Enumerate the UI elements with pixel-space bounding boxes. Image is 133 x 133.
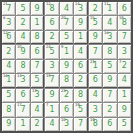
- cell-r5c6[interactable]: 6: [74, 60, 87, 73]
- cell-r5c3[interactable]: 7: [31, 60, 44, 73]
- cell-digit: 9: [35, 5, 40, 13]
- cell-digit: 5: [6, 91, 11, 99]
- cell-digit: 1: [107, 5, 112, 13]
- cell-digit: 7: [21, 106, 26, 114]
- cell-r5c8[interactable]: 5: [103, 60, 116, 73]
- cell-r6c1[interactable]: 161: [2, 74, 15, 87]
- cell-r3c2[interactable]: 4: [16, 31, 29, 44]
- cell-digit: 5: [78, 106, 83, 114]
- cage-sum-label: 14: [75, 2, 80, 6]
- cell-digit: 5: [21, 5, 26, 13]
- cell-r9c3[interactable]: 2: [31, 118, 44, 131]
- cell-r9c1[interactable]: 9: [2, 118, 15, 131]
- cage-sum-label: 19: [90, 118, 95, 122]
- cell-r3c9[interactable]: 7: [118, 31, 131, 44]
- cage-sum-label: 11: [104, 2, 109, 6]
- cell-r5c5[interactable]: 9: [60, 60, 73, 73]
- cell-r6c7[interactable]: 6: [89, 74, 102, 87]
- cell-digit: 2: [35, 120, 40, 128]
- cell-r1c5[interactable]: 4: [60, 2, 73, 15]
- cage-sum-label: 12: [3, 31, 8, 35]
- cell-r2c2[interactable]: 2: [16, 16, 29, 29]
- cell-r5c4[interactable]: 3: [45, 60, 58, 73]
- cage-sum-label: 19: [75, 103, 80, 107]
- cell-r7c9[interactable]: 1: [118, 89, 131, 102]
- cage-sum-label: 21: [90, 60, 95, 64]
- cell-digit: 2: [21, 19, 26, 27]
- cell-r6c4[interactable]: 197: [45, 74, 58, 87]
- cell-digit: 7: [78, 120, 83, 128]
- cell-digit: 3: [122, 48, 127, 56]
- cell-r3c5[interactable]: 5: [60, 31, 73, 44]
- cell-r9c4[interactable]: 4: [45, 118, 58, 131]
- cage-sum-label: 19: [46, 74, 51, 78]
- cell-r6c5[interactable]: 8: [60, 74, 73, 87]
- cell-r4c6[interactable]: 4: [74, 45, 87, 58]
- cell-r8c8[interactable]: 2: [103, 103, 116, 116]
- cell-digit: 7: [64, 19, 69, 27]
- cell-r2c8[interactable]: 4: [103, 16, 116, 29]
- cell-digit: 9: [78, 19, 83, 27]
- cell-r7c1[interactable]: 5: [2, 89, 15, 102]
- cell-digit: 2: [107, 106, 112, 114]
- cell-digit: 2: [6, 48, 11, 56]
- cell-r3c8[interactable]: 163: [103, 31, 116, 44]
- cell-digit: 2: [93, 5, 98, 13]
- cell-digit: 2: [122, 62, 127, 70]
- cell-digit: 4: [93, 91, 98, 99]
- cell-r6c9[interactable]: 4: [118, 74, 131, 87]
- cell-digit: 3: [6, 19, 11, 27]
- cell-r9c6[interactable]: 7: [74, 118, 87, 131]
- cage-sum-label: 30: [17, 45, 22, 49]
- cell-r1c3[interactable]: 9: [31, 2, 44, 15]
- cage-sum-label: 7: [119, 60, 121, 64]
- cage-sum-label: 10: [61, 118, 66, 122]
- cell-r7c6[interactable]: 8: [74, 89, 87, 102]
- cage-sum-label: 24: [46, 45, 51, 49]
- cell-digit: 6: [107, 120, 112, 128]
- cell-digit: 9: [21, 48, 26, 56]
- cell-r2c1[interactable]: 63: [2, 16, 15, 29]
- cell-digit: 5: [64, 33, 69, 41]
- cell-digit: 6: [64, 106, 69, 114]
- cell-r1c7[interactable]: 2: [89, 2, 102, 15]
- killer-sudoku-board: 2175912841432111663216207915541881264825…: [0, 0, 133, 133]
- cell-digit: 5: [93, 19, 98, 27]
- cell-digit: 1: [50, 106, 55, 114]
- cell-r8c4[interactable]: 71: [45, 103, 58, 116]
- cell-digit: 4: [64, 5, 69, 13]
- cell-digit: 8: [107, 48, 112, 56]
- cell-digit: 4: [122, 76, 127, 84]
- cell-digit: 7: [35, 62, 40, 70]
- cell-r9c5[interactable]: 103: [60, 118, 73, 131]
- cell-r2c3[interactable]: 1: [31, 16, 44, 29]
- cell-digit: 6: [93, 76, 98, 84]
- cell-digit: 4: [50, 120, 55, 128]
- cage-sum-label: 13: [32, 89, 37, 93]
- cell-r5c7[interactable]: 211: [89, 60, 102, 73]
- cage-sum-label: 7: [46, 103, 48, 107]
- cage-sum-label: 12: [46, 2, 51, 6]
- cage-sum-label: 14: [17, 74, 22, 78]
- cell-digit: 8: [122, 19, 127, 27]
- cell-r2c7[interactable]: 155: [89, 16, 102, 29]
- cell-digit: 9: [122, 106, 127, 114]
- cell-digit: 7: [93, 48, 98, 56]
- cell-digit: 6: [35, 48, 40, 56]
- cell-r6c2[interactable]: 143: [16, 74, 29, 87]
- cell-digit: 1: [35, 19, 40, 27]
- cell-r1c1[interactable]: 217: [2, 2, 15, 15]
- cell-r2c9[interactable]: 188: [118, 16, 131, 29]
- cell-r3c6[interactable]: 1: [74, 31, 87, 44]
- cell-digit: 1: [21, 120, 26, 128]
- cell-r4c4[interactable]: 245: [45, 45, 58, 58]
- cage-sum-label: 23: [61, 89, 66, 93]
- cage-sum-label: 16: [104, 31, 109, 35]
- cell-r6c8[interactable]: 9: [103, 74, 116, 87]
- cell-r4c8[interactable]: 8: [103, 45, 116, 58]
- cell-r8c3[interactable]: 4: [31, 103, 44, 116]
- cage-sum-label: 17: [17, 103, 22, 107]
- cell-r4c1[interactable]: 2: [2, 45, 15, 58]
- cell-digit: 4: [21, 33, 26, 41]
- cell-digit: 9: [64, 62, 69, 70]
- cell-digit: 9: [93, 33, 98, 41]
- cage-sum-label: 6: [3, 16, 5, 20]
- cell-r1c2[interactable]: 5: [16, 2, 29, 15]
- cell-r8c5[interactable]: 6: [60, 103, 73, 116]
- cell-r3c4[interactable]: 2: [45, 31, 58, 44]
- cell-r4c3[interactable]: 6: [31, 45, 44, 58]
- cell-digit: 4: [6, 62, 11, 70]
- cell-r6c3[interactable]: 5: [31, 74, 44, 87]
- cell-digit: 4: [78, 48, 83, 56]
- cell-digit: 6: [21, 91, 26, 99]
- cell-digit: 4: [35, 106, 40, 114]
- cell-digit: 1: [78, 33, 83, 41]
- cell-r7c4[interactable]: 9: [45, 89, 58, 102]
- cell-digit: 1: [122, 91, 127, 99]
- cell-r1c8[interactable]: 111: [103, 2, 116, 15]
- cell-r2c5[interactable]: 207: [60, 16, 73, 29]
- cell-r2c6[interactable]: 9: [74, 16, 87, 29]
- cage-sum-label: 16: [3, 74, 8, 78]
- cell-digit: 9: [107, 76, 112, 84]
- cell-digit: 7: [6, 5, 11, 13]
- cell-digit: 9: [50, 91, 55, 99]
- cell-r6c6[interactable]: 2: [74, 74, 87, 87]
- cell-digit: 8: [21, 62, 26, 70]
- cell-r1c6[interactable]: 143: [74, 2, 87, 15]
- cell-digit: 8: [50, 5, 55, 13]
- cell-r3c7[interactable]: 9: [89, 31, 102, 44]
- cage-sum-label: 20: [61, 16, 66, 20]
- cell-r8c9[interactable]: 9: [118, 103, 131, 116]
- cell-r8c2[interactable]: 177: [16, 103, 29, 116]
- cell-r7c2[interactable]: 6: [16, 89, 29, 102]
- cell-r9c7[interactable]: 198: [89, 118, 102, 131]
- cell-r7c7[interactable]: 4: [89, 89, 102, 102]
- cell-digit: 8: [6, 106, 11, 114]
- cell-r5c2[interactable]: 8: [16, 60, 29, 73]
- cell-r7c8[interactable]: 7: [103, 89, 116, 102]
- cell-r9c8[interactable]: 6: [103, 118, 116, 131]
- cell-digit: 8: [64, 76, 69, 84]
- cell-r4c9[interactable]: 3: [118, 45, 131, 58]
- cell-r1c9[interactable]: 6: [118, 2, 131, 15]
- cell-r8c1[interactable]: 8: [2, 103, 15, 116]
- cell-digit: 8: [35, 33, 40, 41]
- cell-digit: 9: [6, 120, 11, 128]
- cell-digit: 3: [50, 62, 55, 70]
- cell-digit: 3: [93, 106, 98, 114]
- cage-sum-label: 15: [90, 16, 95, 20]
- cell-digit: 4: [107, 19, 112, 27]
- cell-r4c2[interactable]: 309: [16, 45, 29, 58]
- cell-digit: 8: [78, 91, 83, 99]
- cell-digit: 5: [35, 76, 40, 84]
- cage-sum-label: 18: [119, 16, 124, 20]
- cell-r8c7[interactable]: 3: [89, 103, 102, 116]
- cell-digit: 2: [50, 33, 55, 41]
- cell-r3c1[interactable]: 126: [2, 31, 15, 44]
- cell-digit: 5: [107, 62, 112, 70]
- cell-digit: 1: [64, 48, 69, 56]
- cell-digit: 7: [122, 33, 127, 41]
- cage-sum-label: 21: [3, 2, 8, 6]
- cell-digit: 2: [78, 76, 83, 84]
- cell-digit: 7: [107, 91, 112, 99]
- cell-r9c9[interactable]: 5: [118, 118, 131, 131]
- cell-r5c9[interactable]: 72: [118, 60, 131, 73]
- cell-r3c3[interactable]: 8: [31, 31, 44, 44]
- cell-digit: 5: [50, 48, 55, 56]
- cell-r5c1[interactable]: 4: [2, 60, 15, 73]
- cell-r9c2[interactable]: 1: [16, 118, 29, 131]
- cell-r1c4[interactable]: 128: [45, 2, 58, 15]
- cell-digit: 5: [122, 120, 127, 128]
- cell-r7c5[interactable]: 232: [60, 89, 73, 102]
- cell-digit: 6: [122, 5, 127, 13]
- cell-digit: 3: [78, 5, 83, 13]
- cage-sum-label: 9: [61, 45, 63, 49]
- cell-digit: 6: [50, 19, 55, 27]
- cell-r4c5[interactable]: 91: [60, 45, 73, 58]
- cell-r2c4[interactable]: 6: [45, 16, 58, 29]
- cell-r4c7[interactable]: 7: [89, 45, 102, 58]
- cell-digit: 6: [78, 62, 83, 70]
- cell-r8c6[interactable]: 195: [74, 103, 87, 116]
- cell-r7c3[interactable]: 133: [31, 89, 44, 102]
